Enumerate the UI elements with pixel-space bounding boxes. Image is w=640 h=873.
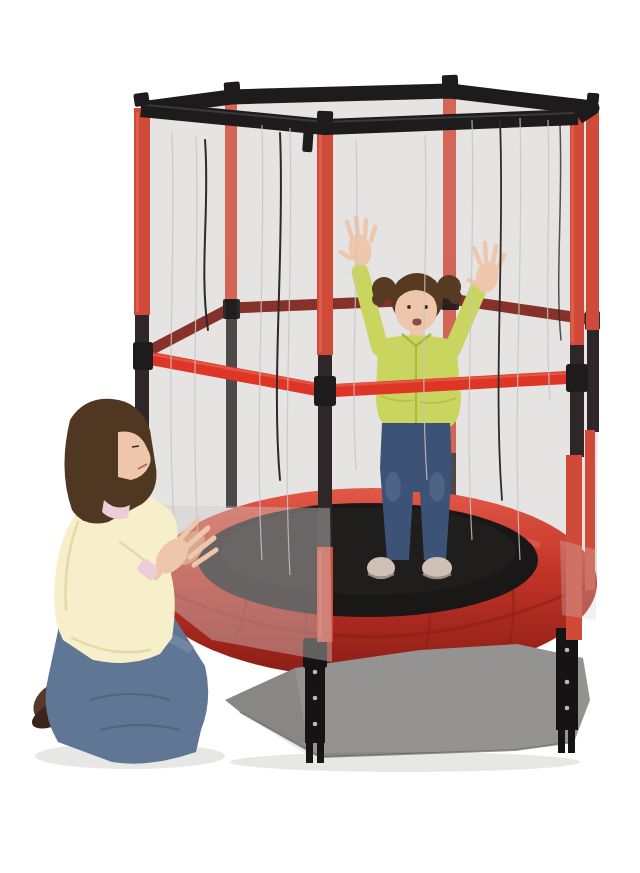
pole-left-rear-lower	[226, 300, 237, 508]
top-ring-tab-2	[224, 81, 241, 95]
top-ring-tab-4	[442, 75, 459, 89]
net-over-pad-right	[560, 540, 597, 620]
mid-ring-connector-right	[566, 364, 588, 392]
top-ring-tab-5	[570, 98, 585, 111]
woman-eye	[132, 446, 139, 447]
pole-left-rear	[225, 99, 237, 302]
product-photo	[0, 0, 640, 873]
mid-ring-connector-left	[133, 342, 153, 370]
pole-east	[586, 106, 599, 330]
net-strap	[302, 128, 314, 153]
child-left-eye	[407, 305, 411, 309]
top-ring-tab-3	[317, 111, 334, 125]
top-ring-tab-1	[133, 92, 150, 107]
child-neck	[410, 328, 423, 336]
trampoline-scene	[0, 0, 640, 873]
top-ring-tab-6	[586, 92, 599, 104]
trampoline-shadow	[230, 752, 580, 772]
mid-ring-connector-front	[314, 376, 336, 406]
mid-ring-connector-left-rear	[223, 299, 240, 319]
child-mouth	[412, 319, 421, 326]
